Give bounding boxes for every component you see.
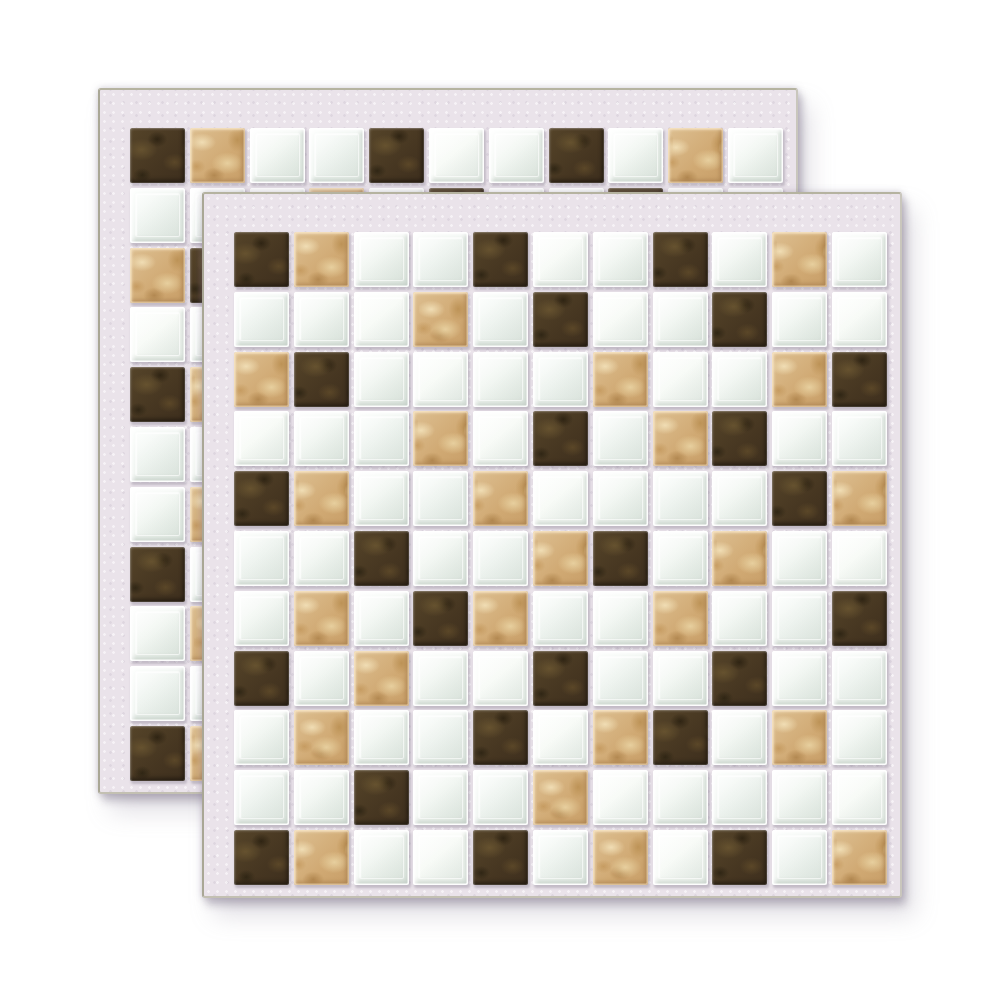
tile-white [653, 471, 708, 526]
tile-dark-brown [234, 232, 289, 287]
tile-beige [533, 770, 588, 825]
tile-white [413, 651, 468, 706]
tile-beige [832, 830, 887, 885]
tile-white [832, 770, 887, 825]
tile-white [593, 770, 648, 825]
tile-beige [294, 710, 349, 765]
tile-beige [473, 591, 528, 646]
tile-white [712, 232, 767, 287]
tile-beige [294, 830, 349, 885]
tile-white [354, 471, 409, 526]
tile-white [354, 411, 409, 466]
tile-white [354, 591, 409, 646]
tile-white [772, 770, 827, 825]
tile-white [413, 531, 468, 586]
tile-white [130, 427, 185, 482]
tile-white [354, 292, 409, 347]
tile-dark-brown [130, 367, 185, 422]
tile-white [234, 770, 289, 825]
tile-beige [772, 232, 827, 287]
tile-white [712, 471, 767, 526]
tile-dark-brown [354, 770, 409, 825]
tile-white [130, 188, 185, 243]
tile-white [593, 591, 648, 646]
tile-beige [294, 591, 349, 646]
tile-white [653, 292, 708, 347]
tile-dark-brown [413, 591, 468, 646]
tile-white [608, 128, 663, 183]
tile-dark-brown [712, 292, 767, 347]
tile-white [473, 651, 528, 706]
tile-white [653, 651, 708, 706]
tile-white [354, 710, 409, 765]
tile-white [533, 471, 588, 526]
mosaic-sheet-front [202, 192, 902, 898]
tile-beige [593, 352, 648, 407]
tile-white [533, 710, 588, 765]
tile-white [429, 128, 484, 183]
tile-dark-brown [473, 710, 528, 765]
tile-white [832, 710, 887, 765]
tile-white [832, 411, 887, 466]
tile-white [712, 770, 767, 825]
tile-white [473, 352, 528, 407]
tile-white [832, 531, 887, 586]
tile-dark-brown [653, 710, 708, 765]
tile-dark-brown [369, 128, 424, 183]
tile-white [772, 591, 827, 646]
tile-white [130, 666, 185, 721]
tile-white [234, 710, 289, 765]
tile-white [593, 651, 648, 706]
tile-dark-brown [473, 830, 528, 885]
tile-dark-brown [712, 651, 767, 706]
tile-beige [413, 292, 468, 347]
tile-white [130, 307, 185, 362]
tile-beige [234, 352, 289, 407]
tile-white [413, 770, 468, 825]
tile-dark-brown [712, 411, 767, 466]
tile-white [234, 591, 289, 646]
tile-dark-brown [593, 531, 648, 586]
tile-white [234, 411, 289, 466]
tile-dark-brown [354, 531, 409, 586]
tile-white [653, 770, 708, 825]
tile-beige [668, 128, 723, 183]
tile-white [593, 411, 648, 466]
tile-white [712, 591, 767, 646]
tile-white [832, 232, 887, 287]
tile-white [234, 531, 289, 586]
tile-beige [593, 710, 648, 765]
tile-white [354, 830, 409, 885]
tile-white [533, 352, 588, 407]
tile-white [413, 710, 468, 765]
tile-white [593, 471, 648, 526]
tile-beige [473, 471, 528, 526]
tile-beige [354, 651, 409, 706]
tile-white [473, 770, 528, 825]
tile-white [473, 411, 528, 466]
tile-dark-brown [549, 128, 604, 183]
tile-white [653, 531, 708, 586]
tile-dark-brown [130, 726, 185, 781]
tile-white [533, 232, 588, 287]
tile-white [294, 770, 349, 825]
tile-dark-brown [234, 471, 289, 526]
tile-dark-brown [294, 352, 349, 407]
tile-white [130, 606, 185, 661]
tile-beige [294, 232, 349, 287]
tile-dark-brown [473, 232, 528, 287]
tile-beige [832, 471, 887, 526]
tile-white [294, 531, 349, 586]
tile-white [354, 232, 409, 287]
tile-white [130, 487, 185, 542]
tile-dark-brown [772, 471, 827, 526]
tile-white [250, 128, 305, 183]
tile-white [712, 710, 767, 765]
tile-dark-brown [832, 352, 887, 407]
tile-dark-brown [234, 830, 289, 885]
tile-white [473, 531, 528, 586]
tile-white [772, 651, 827, 706]
tile-white [234, 292, 289, 347]
tile-beige [294, 471, 349, 526]
tile-beige [712, 531, 767, 586]
tile-dark-brown [130, 128, 185, 183]
tile-white [593, 292, 648, 347]
tile-white [309, 128, 364, 183]
tile-dark-brown [712, 830, 767, 885]
tile-beige [130, 248, 185, 303]
tile-white [772, 411, 827, 466]
tile-white [653, 352, 708, 407]
tile-white [473, 292, 528, 347]
tile-beige [190, 128, 245, 183]
tile-white [413, 830, 468, 885]
product-photo-scene [0, 0, 1000, 1000]
tile-dark-brown [234, 651, 289, 706]
tile-dark-brown [533, 411, 588, 466]
tile-white [413, 232, 468, 287]
tile-grid-front [234, 232, 887, 885]
tile-white [294, 292, 349, 347]
tile-beige [593, 830, 648, 885]
tile-beige [772, 710, 827, 765]
tile-white [772, 531, 827, 586]
tile-dark-brown [832, 591, 887, 646]
tile-white [712, 352, 767, 407]
tile-white [772, 830, 827, 885]
tile-white [832, 651, 887, 706]
tile-dark-brown [130, 547, 185, 602]
tile-beige [653, 591, 708, 646]
tile-dark-brown [533, 651, 588, 706]
tile-white [354, 352, 409, 407]
tile-white [533, 591, 588, 646]
tile-dark-brown [533, 292, 588, 347]
tile-white [413, 471, 468, 526]
tile-white [533, 830, 588, 885]
tile-white [728, 128, 783, 183]
tile-white [413, 352, 468, 407]
tile-white [832, 292, 887, 347]
tile-white [772, 292, 827, 347]
tile-white [653, 830, 708, 885]
tile-white [593, 232, 648, 287]
tile-white [294, 411, 349, 466]
tile-beige [772, 352, 827, 407]
tile-beige [413, 411, 468, 466]
tile-beige [653, 411, 708, 466]
tile-white [489, 128, 544, 183]
tile-beige [533, 531, 588, 586]
tile-dark-brown [653, 232, 708, 287]
tile-white [294, 651, 349, 706]
